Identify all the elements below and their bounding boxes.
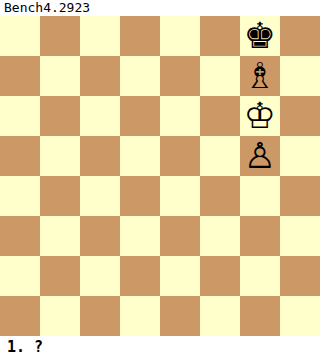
square-d8[interactable]: [120, 16, 160, 56]
square-h7[interactable]: [280, 56, 320, 96]
square-a2[interactable]: [0, 256, 40, 296]
move-prompt: 1. ?: [0, 336, 320, 360]
white-pawn-piece[interactable]: ♙: [244, 136, 276, 176]
square-e7[interactable]: [160, 56, 200, 96]
square-b2[interactable]: [40, 256, 80, 296]
square-g6[interactable]: ♔: [240, 96, 280, 136]
square-f6[interactable]: [200, 96, 240, 136]
square-g2[interactable]: [240, 256, 280, 296]
black-king-piece[interactable]: ♚: [244, 16, 276, 56]
square-e2[interactable]: [160, 256, 200, 296]
square-d4[interactable]: [120, 176, 160, 216]
square-g5[interactable]: ♙: [240, 136, 280, 176]
square-e8[interactable]: [160, 16, 200, 56]
square-e1[interactable]: [160, 296, 200, 336]
square-h5[interactable]: [280, 136, 320, 176]
square-g4[interactable]: [240, 176, 280, 216]
square-f5[interactable]: [200, 136, 240, 176]
square-b1[interactable]: [40, 296, 80, 336]
square-h4[interactable]: [280, 176, 320, 216]
square-g7[interactable]: ♗: [240, 56, 280, 96]
square-a4[interactable]: [0, 176, 40, 216]
square-e6[interactable]: [160, 96, 200, 136]
square-c6[interactable]: [80, 96, 120, 136]
square-e3[interactable]: [160, 216, 200, 256]
square-f8[interactable]: [200, 16, 240, 56]
white-king-piece[interactable]: ♔: [244, 96, 276, 136]
square-a7[interactable]: [0, 56, 40, 96]
square-h6[interactable]: [280, 96, 320, 136]
square-a8[interactable]: [0, 16, 40, 56]
square-d7[interactable]: [120, 56, 160, 96]
square-b8[interactable]: [40, 16, 80, 56]
square-d6[interactable]: [120, 96, 160, 136]
chess-board: ♚♗♔♙: [0, 16, 320, 336]
square-c3[interactable]: [80, 216, 120, 256]
square-h3[interactable]: [280, 216, 320, 256]
white-bishop-piece[interactable]: ♗: [244, 56, 276, 96]
chess-app-window: Bench4.2923 ♚♗♔♙ 1. ?: [0, 0, 320, 360]
square-a6[interactable]: [0, 96, 40, 136]
square-a3[interactable]: [0, 216, 40, 256]
square-f3[interactable]: [200, 216, 240, 256]
square-a1[interactable]: [0, 296, 40, 336]
square-b3[interactable]: [40, 216, 80, 256]
square-d5[interactable]: [120, 136, 160, 176]
square-b6[interactable]: [40, 96, 80, 136]
square-b5[interactable]: [40, 136, 80, 176]
square-h1[interactable]: [280, 296, 320, 336]
square-f4[interactable]: [200, 176, 240, 216]
square-f7[interactable]: [200, 56, 240, 96]
square-b4[interactable]: [40, 176, 80, 216]
square-c5[interactable]: [80, 136, 120, 176]
square-c7[interactable]: [80, 56, 120, 96]
square-h8[interactable]: [280, 16, 320, 56]
square-e5[interactable]: [160, 136, 200, 176]
square-f2[interactable]: [200, 256, 240, 296]
square-f1[interactable]: [200, 296, 240, 336]
square-c1[interactable]: [80, 296, 120, 336]
square-g1[interactable]: [240, 296, 280, 336]
square-b7[interactable]: [40, 56, 80, 96]
square-g8[interactable]: ♚: [240, 16, 280, 56]
square-a5[interactable]: [0, 136, 40, 176]
square-c4[interactable]: [80, 176, 120, 216]
square-c2[interactable]: [80, 256, 120, 296]
square-d3[interactable]: [120, 216, 160, 256]
square-e4[interactable]: [160, 176, 200, 216]
square-c8[interactable]: [80, 16, 120, 56]
square-g3[interactable]: [240, 216, 280, 256]
square-d2[interactable]: [120, 256, 160, 296]
square-h2[interactable]: [280, 256, 320, 296]
window-title: Bench4.2923: [0, 0, 320, 16]
square-d1[interactable]: [120, 296, 160, 336]
